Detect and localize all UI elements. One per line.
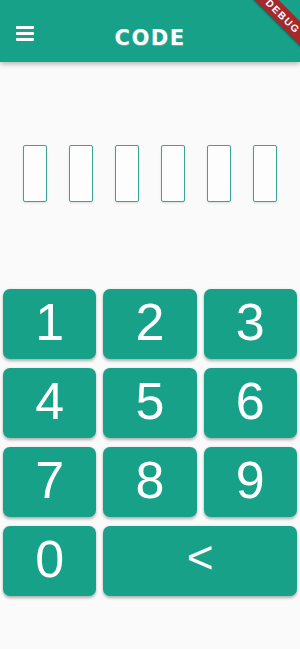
key-2[interactable]: 2 [103, 289, 196, 359]
code-digit-box-3[interactable] [115, 145, 139, 202]
backspace-key[interactable]: < [103, 526, 297, 596]
key-7[interactable]: 7 [3, 447, 96, 517]
code-digit-box-4[interactable] [161, 145, 185, 202]
app-bar: CODE [0, 0, 300, 62]
code-digit-box-2[interactable] [69, 145, 93, 202]
key-5[interactable]: 5 [103, 368, 196, 438]
key-1[interactable]: 1 [3, 289, 96, 359]
key-8[interactable]: 8 [103, 447, 196, 517]
code-input-row [0, 145, 300, 202]
code-digit-box-5[interactable] [207, 145, 231, 202]
page-title: CODE [0, 26, 300, 50]
app-screen: CODE DEBUG 1 2 3 4 5 6 7 8 9 0 < [0, 0, 300, 649]
code-digit-box-6[interactable] [253, 145, 277, 202]
code-digit-box-1[interactable] [23, 145, 47, 202]
key-6[interactable]: 6 [204, 368, 297, 438]
key-0[interactable]: 0 [3, 526, 96, 596]
key-4[interactable]: 4 [3, 368, 96, 438]
key-3[interactable]: 3 [204, 289, 297, 359]
numeric-keypad: 1 2 3 4 5 6 7 8 9 0 < [3, 289, 297, 596]
key-9[interactable]: 9 [204, 447, 297, 517]
